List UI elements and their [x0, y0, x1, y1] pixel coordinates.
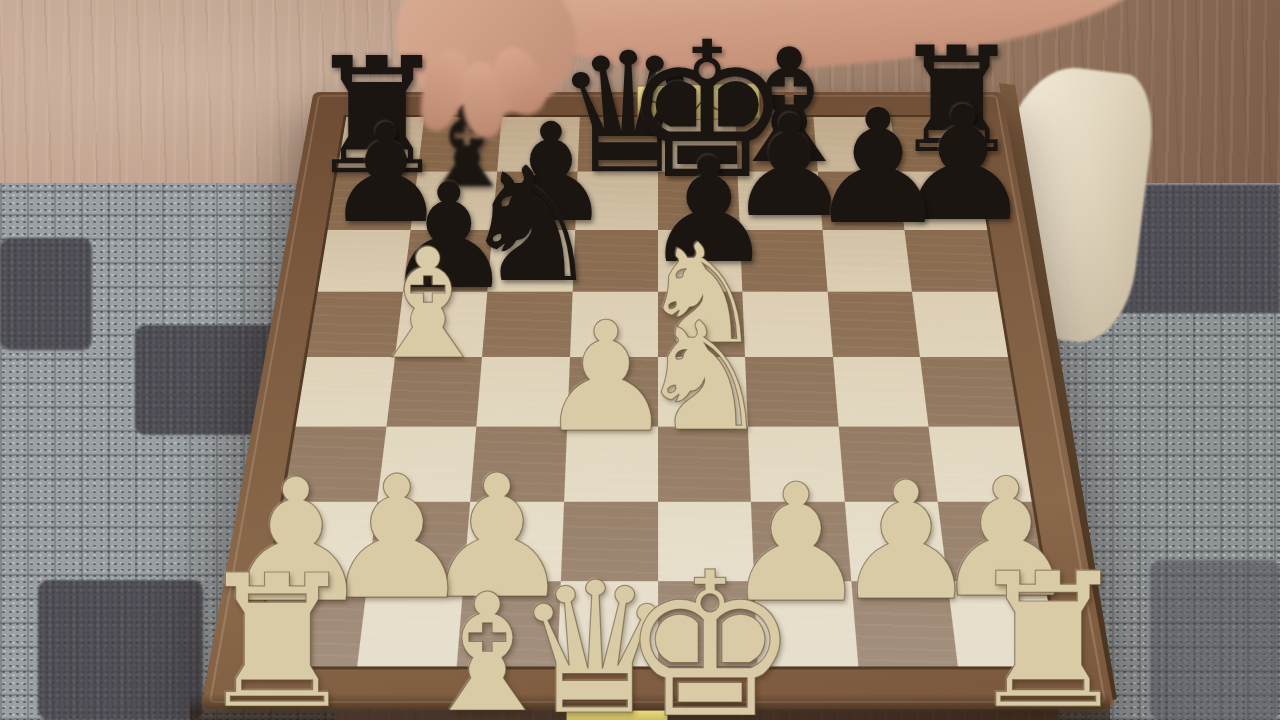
piece-white-bishop-b5[interactable]: ♝	[360, 229, 496, 381]
square-g4[interactable]	[833, 357, 929, 427]
square-h4[interactable]	[920, 357, 1019, 427]
rug-dark-patch	[1150, 560, 1280, 720]
rug-dark-patch	[38, 580, 203, 720]
piece-black-pawn-g7[interactable]: ♟	[807, 88, 949, 246]
piece-white-pawn-d4[interactable]: ♟	[538, 302, 674, 454]
rug-dark-patch	[0, 238, 92, 350]
chess-photo-scene: ♜♟♟♟♞♛♚♟♝♟♟♟♜♝♝♞♞♟♜♟♟♟♝♛♚♟♟♟♜	[0, 0, 1280, 720]
piece-white-rook-a1[interactable]: ♜	[195, 550, 360, 720]
piece-white-rook-h1[interactable]: ♜	[965, 549, 1132, 720]
piece-white-king-e1[interactable]: ♚	[620, 546, 799, 720]
square-h5[interactable]	[912, 291, 1008, 357]
square-g5[interactable]	[827, 291, 920, 357]
